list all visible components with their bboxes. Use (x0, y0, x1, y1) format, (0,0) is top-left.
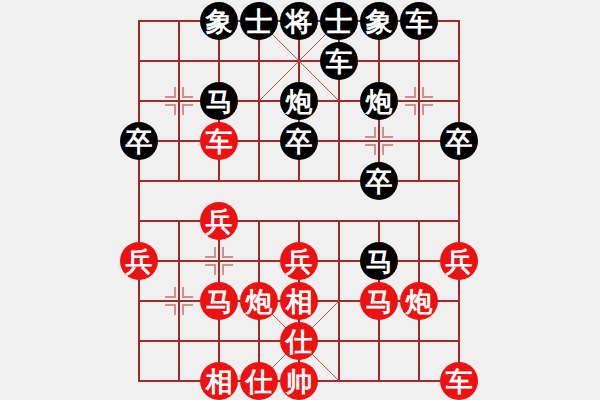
piece-black-pawn[interactable]: 卒 (440, 122, 478, 160)
piece-black-pawn[interactable]: 卒 (280, 122, 318, 160)
piece-black-advisor[interactable]: 士 (320, 2, 358, 40)
piece-red-king[interactable]: 帅 (280, 362, 318, 400)
piece-red-horse[interactable]: 马 (200, 282, 238, 320)
piece-black-pawn[interactable]: 卒 (120, 122, 158, 160)
piece-black-horse[interactable]: 马 (200, 82, 238, 120)
piece-red-horse[interactable]: 马 (360, 282, 398, 320)
piece-black-advisor[interactable]: 士 (240, 2, 278, 40)
piece-black-king[interactable]: 将 (280, 2, 318, 40)
piece-red-elephant[interactable]: 相 (200, 362, 238, 400)
piece-black-rook[interactable]: 车 (320, 42, 358, 80)
piece-red-rook[interactable]: 车 (200, 122, 238, 160)
piece-black-rook[interactable]: 车 (400, 2, 438, 40)
piece-red-pawn[interactable]: 兵 (280, 242, 318, 280)
piece-red-pawn[interactable]: 兵 (200, 202, 238, 240)
piece-red-advisor[interactable]: 仕 (240, 362, 278, 400)
piece-black-horse[interactable]: 马 (360, 242, 398, 280)
piece-red-cannon[interactable]: 炮 (240, 282, 278, 320)
piece-red-pawn[interactable]: 兵 (440, 242, 478, 280)
piece-black-elephant[interactable]: 象 (200, 2, 238, 40)
piece-red-rook[interactable]: 车 (440, 362, 478, 400)
piece-red-pawn[interactable]: 兵 (120, 242, 158, 280)
piece-red-advisor[interactable]: 仕 (280, 322, 318, 360)
xiangqi-board: 象士将士象车车马炮炮卒车卒卒卒兵兵兵马兵马炮相马炮仕相仕帅车 (0, 0, 600, 400)
piece-red-elephant[interactable]: 相 (280, 282, 318, 320)
piece-red-cannon[interactable]: 炮 (400, 282, 438, 320)
piece-black-cannon[interactable]: 炮 (280, 82, 318, 120)
piece-black-pawn[interactable]: 卒 (360, 162, 398, 200)
piece-black-cannon[interactable]: 炮 (360, 82, 398, 120)
piece-black-elephant[interactable]: 象 (360, 2, 398, 40)
pieces-layer[interactable]: 象士将士象车车马炮炮卒车卒卒卒兵兵兵马兵马炮相马炮仕相仕帅车 (119, 1, 479, 400)
